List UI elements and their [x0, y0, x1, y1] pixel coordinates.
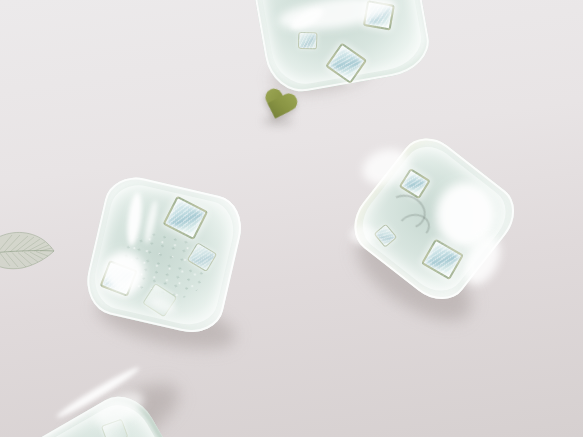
glass-tile: [298, 32, 318, 50]
glass-reflection: [350, 225, 376, 245]
glass-dish-right: [341, 126, 526, 311]
skeleton-leaf: [0, 229, 60, 277]
glass-reflection: [103, 251, 145, 295]
photo-stage: [0, 0, 583, 437]
